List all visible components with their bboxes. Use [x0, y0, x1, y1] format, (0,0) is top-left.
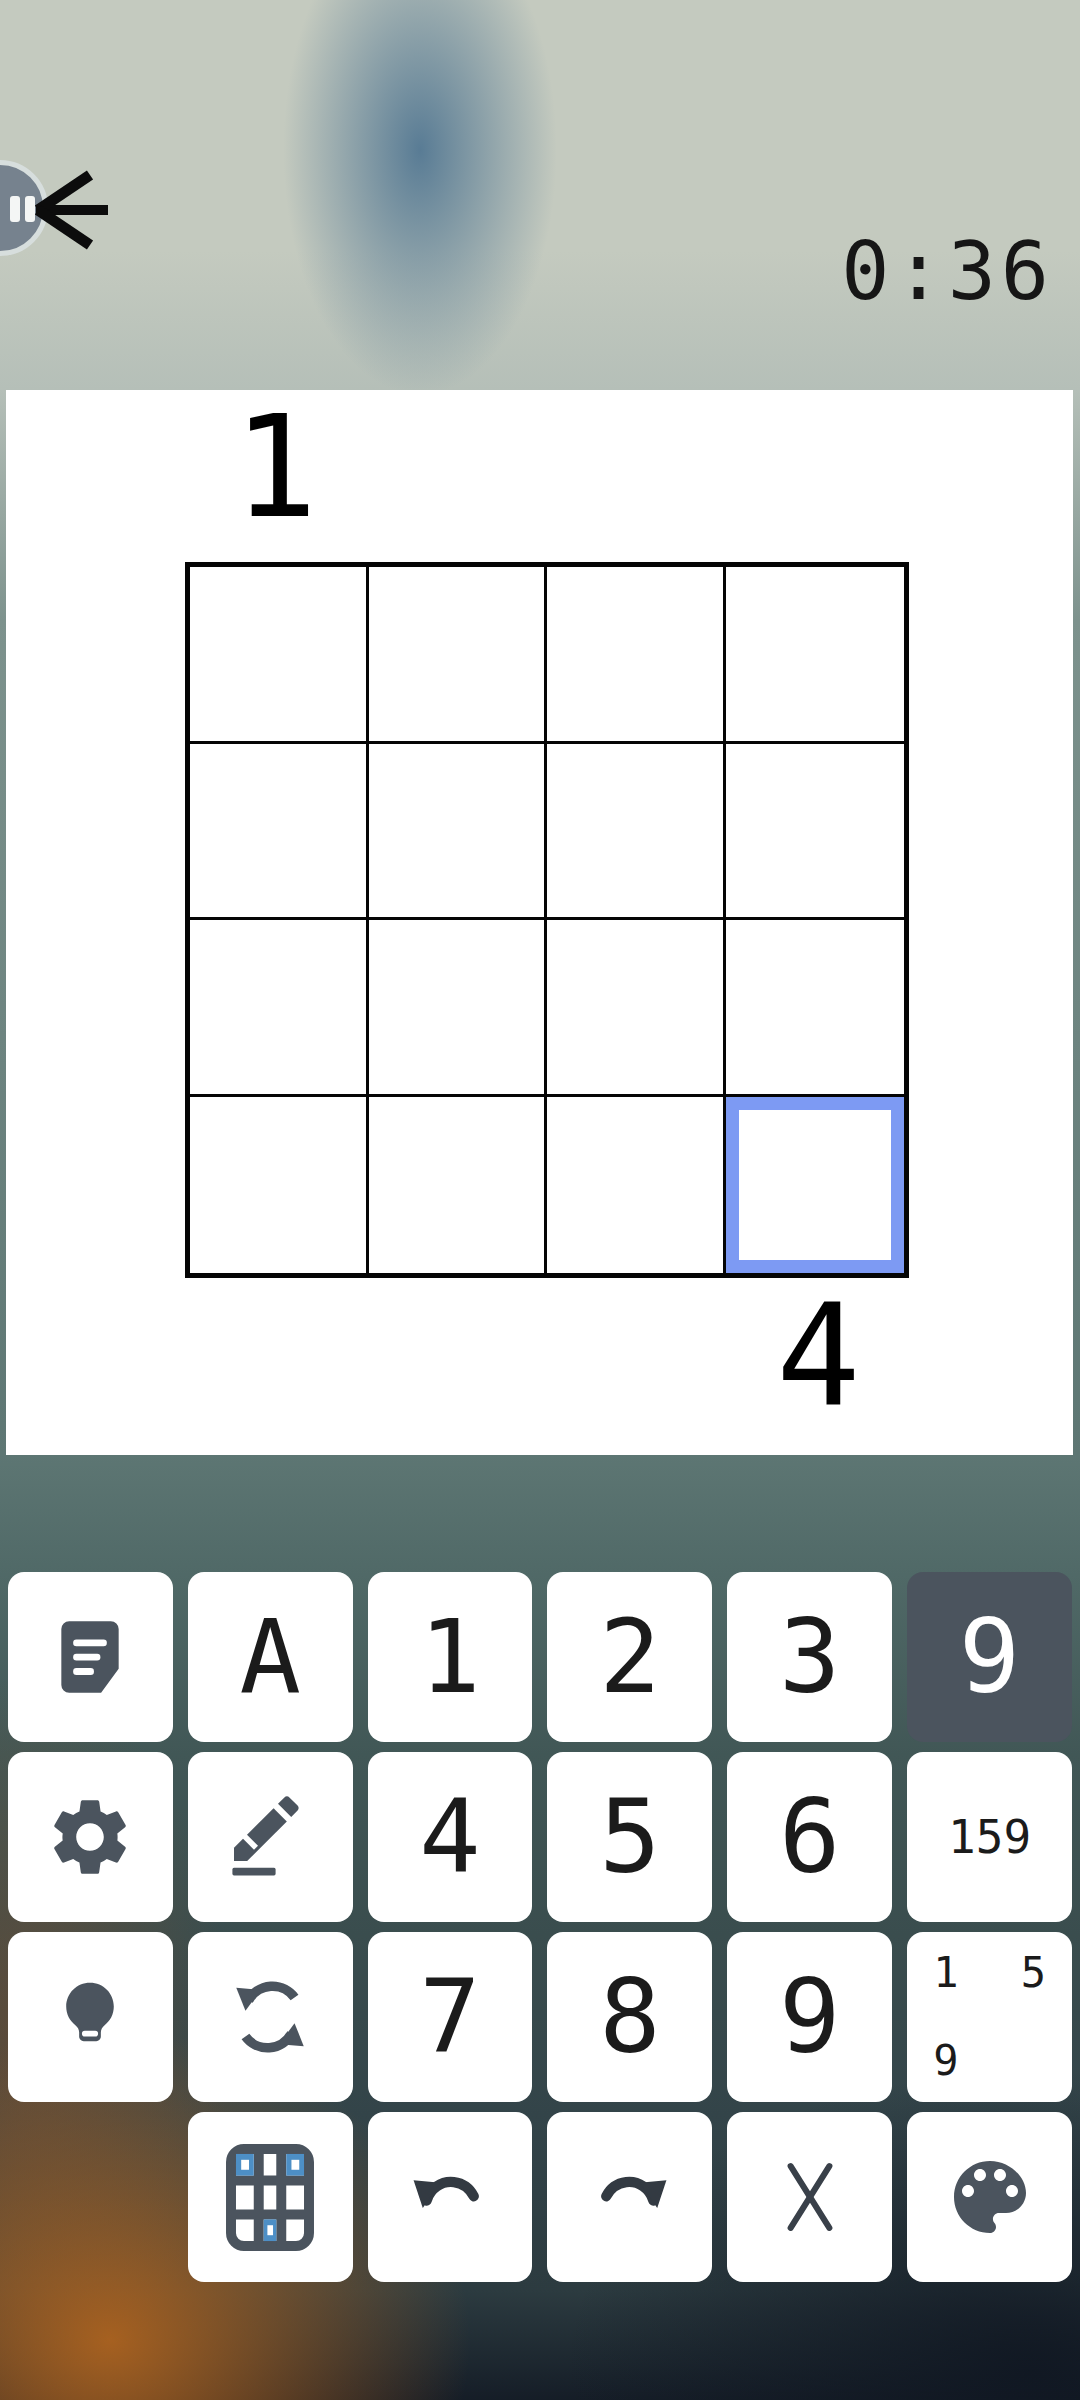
grid-cell-r4c1[interactable] [190, 1097, 369, 1274]
digit-key-8[interactable]: 8 [547, 1932, 712, 2102]
hint-bulb-icon [48, 1972, 132, 2062]
palette-button[interactable] [907, 2112, 1072, 2282]
corner-mark-1: 1 [933, 1952, 958, 1994]
grid-cell-r1c2[interactable] [369, 567, 548, 744]
hint-button[interactable] [8, 1932, 173, 2102]
keypad: A 1 2 3 9 4 5 6 159 [0, 1562, 1080, 2282]
grid-cell-r3c1[interactable] [190, 920, 369, 1097]
digit-key-3[interactable]: 3 [727, 1572, 892, 1742]
clear-button[interactable] [727, 2112, 892, 2282]
digit-key-4[interactable]: 4 [368, 1752, 533, 1922]
palette-icon [942, 2149, 1038, 2245]
grid-cell-r3c2[interactable] [369, 920, 548, 1097]
settings-gear-icon [44, 1791, 136, 1883]
board-panel: 1 4 [6, 390, 1073, 1455]
mode-corner-button[interactable]: 1 5 9 [907, 1932, 1072, 2102]
grid-cell-r2c1[interactable] [190, 744, 369, 921]
grid-cell-r3c3[interactable] [547, 920, 726, 1097]
digit-key-2[interactable]: 2 [547, 1572, 712, 1742]
pencil-button[interactable] [188, 1752, 353, 1922]
digit-key-7[interactable]: 7 [368, 1932, 533, 2102]
back-arrow-icon[interactable] [24, 163, 116, 255]
timer: 0:36 [841, 232, 1054, 312]
clue-top-col1: 1 [185, 398, 366, 538]
grid-cell-r1c1[interactable] [190, 567, 369, 744]
notes-icon [47, 1613, 133, 1701]
digit-key-5[interactable]: 5 [547, 1752, 712, 1922]
app-screen: { "game": "skyscrapers (4x4 grid puzzle … [0, 0, 1080, 2400]
corner-mark-5: 5 [1021, 1952, 1046, 1994]
grid-cell-r2c3[interactable] [547, 744, 726, 921]
grid-cell-r1c3[interactable] [547, 567, 726, 744]
color-grid-button[interactable] [188, 2112, 353, 2282]
grid-cell-r4c3[interactable] [547, 1097, 726, 1274]
undo-icon [404, 2151, 496, 2243]
restart-sync-icon [224, 1971, 316, 2063]
undo-button[interactable] [368, 2112, 533, 2282]
restart-button[interactable] [188, 1932, 353, 2102]
pencil-edit-icon [222, 1789, 318, 1885]
mode-center-button[interactable]: 159 [907, 1752, 1072, 1922]
clue-bottom-col4: 4 [728, 1287, 909, 1427]
redo-icon [584, 2151, 676, 2243]
digit-key-6[interactable]: 6 [727, 1752, 892, 1922]
letter-key-a[interactable]: A [188, 1572, 353, 1742]
clear-x-icon [767, 2148, 853, 2246]
corner-mark-9: 9 [933, 2040, 958, 2082]
digit-key-9[interactable]: 9 [727, 1932, 892, 2102]
settings-button[interactable] [8, 1752, 173, 1922]
redo-button[interactable] [547, 2112, 712, 2282]
keypad-empty-slot [8, 2112, 173, 2282]
color-grid-icon [218, 2141, 322, 2254]
puzzle-grid [185, 562, 909, 1278]
grid-cell-r4c2[interactable] [369, 1097, 548, 1274]
grid-cell-r3c4[interactable] [726, 920, 905, 1097]
pause-icon [10, 196, 20, 222]
grid-cell-r2c4[interactable] [726, 744, 905, 921]
mode-normal-button[interactable]: 9 [907, 1572, 1072, 1742]
notes-button[interactable] [8, 1572, 173, 1742]
grid-cell-r2c2[interactable] [369, 744, 548, 921]
digit-key-1[interactable]: 1 [368, 1572, 533, 1742]
grid-cell-r4c4-selected[interactable] [726, 1097, 905, 1274]
grid-cell-r1c4[interactable] [726, 567, 905, 744]
